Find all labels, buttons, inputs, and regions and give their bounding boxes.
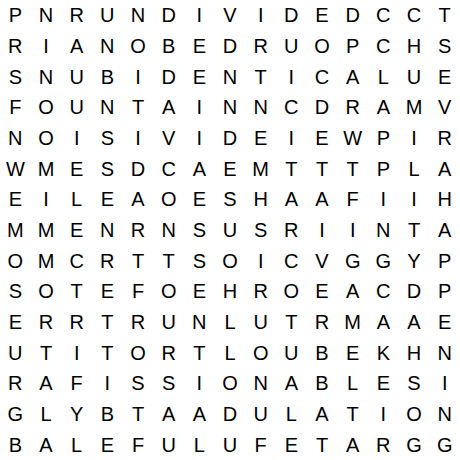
grid-cell-r4c14[interactable]: M: [399, 92, 430, 123]
grid-cell-r5c13[interactable]: P: [368, 123, 399, 154]
grid-cell-r7c10[interactable]: A: [276, 184, 307, 215]
grid-cell-r2c14[interactable]: H: [399, 31, 430, 62]
grid-cell-r12c7[interactable]: T: [184, 337, 215, 368]
grid-cell-r2c10[interactable]: U: [276, 31, 307, 62]
grid-cell-r14c6[interactable]: A: [153, 399, 184, 430]
grid-cell-r11c14[interactable]: A: [399, 307, 430, 338]
grid-cell-r6c15[interactable]: A: [429, 153, 460, 184]
grid-cell-r13c13[interactable]: E: [368, 368, 399, 399]
grid-cell-r15c11[interactable]: T: [307, 429, 338, 460]
grid-cell-r7c4[interactable]: E: [92, 184, 123, 215]
grid-cell-r4c5[interactable]: T: [123, 92, 154, 123]
grid-cell-r8c9[interactable]: S: [245, 215, 276, 246]
grid-cell-r6c8[interactable]: E: [215, 153, 246, 184]
grid-cell-r6c3[interactable]: E: [61, 153, 92, 184]
grid-cell-r2c12[interactable]: P: [337, 31, 368, 62]
grid-cell-r6c4[interactable]: S: [92, 153, 123, 184]
grid-cell-r11c8[interactable]: L: [215, 307, 246, 338]
grid-cell-r12c2[interactable]: T: [31, 337, 62, 368]
grid-cell-r9c4[interactable]: R: [92, 245, 123, 276]
grid-cell-r4c8[interactable]: N: [215, 92, 246, 123]
grid-cell-r13c2[interactable]: A: [31, 368, 62, 399]
grid-cell-r12c9[interactable]: O: [245, 337, 276, 368]
grid-cell-r14c11[interactable]: A: [307, 399, 338, 430]
grid-cell-r8c12[interactable]: I: [337, 215, 368, 246]
grid-cell-r12c5[interactable]: O: [123, 337, 154, 368]
grid-cell-r2c7[interactable]: E: [184, 31, 215, 62]
grid-cell-r9c2[interactable]: M: [31, 245, 62, 276]
grid-cell-r2c2[interactable]: I: [31, 31, 62, 62]
grid-cell-r15c6[interactable]: U: [153, 429, 184, 460]
grid-cell-r11c6[interactable]: U: [153, 307, 184, 338]
grid-cell-r10c3[interactable]: T: [61, 276, 92, 307]
grid-cell-r8c10[interactable]: R: [276, 215, 307, 246]
grid-cell-r9c8[interactable]: O: [215, 245, 246, 276]
grid-cell-r13c1[interactable]: R: [0, 368, 31, 399]
grid-cell-r11c13[interactable]: A: [368, 307, 399, 338]
grid-cell-r3c9[interactable]: T: [245, 61, 276, 92]
grid-cell-r15c8[interactable]: U: [215, 429, 246, 460]
grid-cell-r1c3[interactable]: R: [61, 0, 92, 31]
grid-cell-r5c4[interactable]: S: [92, 123, 123, 154]
grid-cell-r4c6[interactable]: A: [153, 92, 184, 123]
grid-cell-r4c12[interactable]: R: [337, 92, 368, 123]
grid-cell-r13c15[interactable]: I: [429, 368, 460, 399]
grid-cell-r15c10[interactable]: E: [276, 429, 307, 460]
grid-cell-r2c8[interactable]: D: [215, 31, 246, 62]
grid-cell-r12c11[interactable]: B: [307, 337, 338, 368]
grid-cell-r14c7[interactable]: A: [184, 399, 215, 430]
grid-cell-r8c14[interactable]: T: [399, 215, 430, 246]
grid-cell-r4c15[interactable]: V: [429, 92, 460, 123]
grid-cell-r7c1[interactable]: E: [0, 184, 31, 215]
grid-cell-r7c2[interactable]: I: [31, 184, 62, 215]
grid-cell-r4c3[interactable]: U: [61, 92, 92, 123]
grid-cell-r3c8[interactable]: N: [215, 61, 246, 92]
grid-cell-r8c1[interactable]: M: [0, 215, 31, 246]
grid-cell-r11c11[interactable]: R: [307, 307, 338, 338]
grid-cell-r11c15[interactable]: E: [429, 307, 460, 338]
grid-cell-r8c2[interactable]: M: [31, 215, 62, 246]
grid-cell-r13c9[interactable]: N: [245, 368, 276, 399]
grid-cell-r4c13[interactable]: A: [368, 92, 399, 123]
grid-cell-r11c9[interactable]: U: [245, 307, 276, 338]
grid-cell-r14c8[interactable]: D: [215, 399, 246, 430]
grid-cell-r7c15[interactable]: H: [429, 184, 460, 215]
grid-cell-r2c11[interactable]: O: [307, 31, 338, 62]
grid-cell-r2c4[interactable]: N: [92, 31, 123, 62]
grid-cell-r6c7[interactable]: A: [184, 153, 215, 184]
grid-cell-r12c4[interactable]: T: [92, 337, 123, 368]
grid-cell-r13c12[interactable]: L: [337, 368, 368, 399]
grid-cell-r8c13[interactable]: N: [368, 215, 399, 246]
grid-cell-r9c13[interactable]: G: [368, 245, 399, 276]
grid-cell-r7c3[interactable]: L: [61, 184, 92, 215]
grid-cell-r10c12[interactable]: A: [337, 276, 368, 307]
grid-cell-r1c6[interactable]: D: [153, 0, 184, 31]
grid-cell-r11c10[interactable]: T: [276, 307, 307, 338]
grid-cell-r4c9[interactable]: N: [245, 92, 276, 123]
grid-cell-r3c15[interactable]: E: [429, 61, 460, 92]
grid-cell-r6c5[interactable]: D: [123, 153, 154, 184]
grid-cell-r10c5[interactable]: F: [123, 276, 154, 307]
grid-cell-r10c4[interactable]: E: [92, 276, 123, 307]
grid-cell-r7c12[interactable]: F: [337, 184, 368, 215]
grid-cell-r7c13[interactable]: I: [368, 184, 399, 215]
grid-cell-r6c1[interactable]: W: [0, 153, 31, 184]
grid-cell-r13c10[interactable]: A: [276, 368, 307, 399]
grid-cell-r15c1[interactable]: B: [0, 429, 31, 460]
grid-cell-r3c5[interactable]: I: [123, 61, 154, 92]
grid-cell-r10c13[interactable]: C: [368, 276, 399, 307]
grid-cell-r4c2[interactable]: O: [31, 92, 62, 123]
grid-cell-r5c10[interactable]: I: [276, 123, 307, 154]
grid-cell-r7c7[interactable]: E: [184, 184, 215, 215]
grid-cell-r2c5[interactable]: O: [123, 31, 154, 62]
grid-cell-r8c3[interactable]: E: [61, 215, 92, 246]
grid-cell-r13c6[interactable]: S: [153, 368, 184, 399]
grid-cell-r14c4[interactable]: B: [92, 399, 123, 430]
grid-cell-r12c3[interactable]: I: [61, 337, 92, 368]
grid-cell-r14c1[interactable]: G: [0, 399, 31, 430]
grid-cell-r5c1[interactable]: N: [0, 123, 31, 154]
grid-cell-r15c3[interactable]: L: [61, 429, 92, 460]
grid-cell-r1c1[interactable]: P: [0, 0, 31, 31]
grid-cell-r5c15[interactable]: R: [429, 123, 460, 154]
grid-cell-r7c8[interactable]: S: [215, 184, 246, 215]
grid-cell-r3c12[interactable]: A: [337, 61, 368, 92]
grid-cell-r5c6[interactable]: V: [153, 123, 184, 154]
grid-cell-r1c7[interactable]: I: [184, 0, 215, 31]
grid-cell-r10c6[interactable]: O: [153, 276, 184, 307]
grid-cell-r14c5[interactable]: T: [123, 399, 154, 430]
grid-cell-r11c4[interactable]: T: [92, 307, 123, 338]
grid-cell-r8c4[interactable]: N: [92, 215, 123, 246]
grid-cell-r15c9[interactable]: F: [245, 429, 276, 460]
grid-cell-r8c5[interactable]: R: [123, 215, 154, 246]
grid-cell-r3c10[interactable]: I: [276, 61, 307, 92]
grid-cell-r5c2[interactable]: O: [31, 123, 62, 154]
grid-cell-r2c13[interactable]: C: [368, 31, 399, 62]
grid-cell-r3c13[interactable]: L: [368, 61, 399, 92]
grid-cell-r9c15[interactable]: P: [429, 245, 460, 276]
grid-cell-r8c8[interactable]: U: [215, 215, 246, 246]
grid-cell-r5c12[interactable]: W: [337, 123, 368, 154]
grid-cell-r12c6[interactable]: R: [153, 337, 184, 368]
grid-cell-r11c1[interactable]: E: [0, 307, 31, 338]
grid-cell-r15c14[interactable]: G: [399, 429, 430, 460]
grid-cell-r14c10[interactable]: L: [276, 399, 307, 430]
grid-cell-r6c11[interactable]: T: [307, 153, 338, 184]
word-search-grid: PNRUNDIVIDEDCCTRIANOBEDRUOPCHSSNUBIDENTI…: [0, 0, 460, 460]
grid-cell-r2c15[interactable]: S: [429, 31, 460, 62]
grid-cell-r3c11[interactable]: C: [307, 61, 338, 92]
grid-cell-r4c4[interactable]: N: [92, 92, 123, 123]
grid-cell-r7c11[interactable]: A: [307, 184, 338, 215]
grid-cell-r10c10[interactable]: O: [276, 276, 307, 307]
grid-cell-r12c8[interactable]: L: [215, 337, 246, 368]
grid-cell-r14c14[interactable]: O: [399, 399, 430, 430]
grid-cell-r3c3[interactable]: U: [61, 61, 92, 92]
grid-cell-r13c14[interactable]: S: [399, 368, 430, 399]
grid-cell-r6c13[interactable]: P: [368, 153, 399, 184]
grid-cell-r15c13[interactable]: R: [368, 429, 399, 460]
grid-cell-r9c1[interactable]: O: [0, 245, 31, 276]
grid-cell-r1c13[interactable]: C: [368, 0, 399, 31]
grid-cell-r9c6[interactable]: T: [153, 245, 184, 276]
grid-cell-r10c1[interactable]: S: [0, 276, 31, 307]
grid-cell-r14c2[interactable]: L: [31, 399, 62, 430]
grid-cell-r14c9[interactable]: U: [245, 399, 276, 430]
grid-cell-r6c6[interactable]: C: [153, 153, 184, 184]
grid-cell-r13c5[interactable]: S: [123, 368, 154, 399]
grid-cell-r9c10[interactable]: C: [276, 245, 307, 276]
grid-cell-r1c4[interactable]: U: [92, 0, 123, 31]
grid-cell-r3c7[interactable]: E: [184, 61, 215, 92]
grid-cell-r1c8[interactable]: V: [215, 0, 246, 31]
grid-cell-r15c12[interactable]: A: [337, 429, 368, 460]
grid-cell-r2c3[interactable]: A: [61, 31, 92, 62]
grid-cell-r5c7[interactable]: I: [184, 123, 215, 154]
grid-cell-r15c4[interactable]: E: [92, 429, 123, 460]
grid-cell-r12c12[interactable]: E: [337, 337, 368, 368]
grid-cell-r13c7[interactable]: I: [184, 368, 215, 399]
grid-cell-r5c9[interactable]: E: [245, 123, 276, 154]
grid-cell-r11c7[interactable]: N: [184, 307, 215, 338]
grid-cell-r8c6[interactable]: N: [153, 215, 184, 246]
grid-cell-r3c1[interactable]: S: [0, 61, 31, 92]
grid-cell-r10c11[interactable]: E: [307, 276, 338, 307]
grid-cell-r1c14[interactable]: C: [399, 0, 430, 31]
grid-cell-r12c15[interactable]: N: [429, 337, 460, 368]
grid-cell-r5c11[interactable]: E: [307, 123, 338, 154]
grid-cell-r13c11[interactable]: B: [307, 368, 338, 399]
grid-cell-r8c11[interactable]: I: [307, 215, 338, 246]
grid-cell-r11c3[interactable]: R: [61, 307, 92, 338]
grid-cell-r2c1[interactable]: R: [0, 31, 31, 62]
grid-cell-r2c9[interactable]: R: [245, 31, 276, 62]
grid-cell-r5c8[interactable]: D: [215, 123, 246, 154]
grid-cell-r1c5[interactable]: N: [123, 0, 154, 31]
grid-cell-r15c15[interactable]: G: [429, 429, 460, 460]
grid-cell-r3c14[interactable]: U: [399, 61, 430, 92]
grid-cell-r13c8[interactable]: O: [215, 368, 246, 399]
grid-cell-r1c9[interactable]: I: [245, 0, 276, 31]
grid-cell-r12c14[interactable]: H: [399, 337, 430, 368]
grid-cell-r15c7[interactable]: L: [184, 429, 215, 460]
grid-cell-r10c8[interactable]: H: [215, 276, 246, 307]
grid-cell-r10c14[interactable]: D: [399, 276, 430, 307]
grid-cell-r14c3[interactable]: Y: [61, 399, 92, 430]
grid-cell-r4c7[interactable]: I: [184, 92, 215, 123]
grid-cell-r7c14[interactable]: I: [399, 184, 430, 215]
grid-cell-r6c10[interactable]: T: [276, 153, 307, 184]
grid-cell-r13c4[interactable]: I: [92, 368, 123, 399]
grid-cell-r3c6[interactable]: D: [153, 61, 184, 92]
grid-cell-r7c5[interactable]: A: [123, 184, 154, 215]
grid-cell-r1c12[interactable]: D: [337, 0, 368, 31]
grid-cell-r14c12[interactable]: T: [337, 399, 368, 430]
grid-cell-r1c11[interactable]: E: [307, 0, 338, 31]
grid-cell-r6c2[interactable]: M: [31, 153, 62, 184]
grid-cell-r13c3[interactable]: F: [61, 368, 92, 399]
grid-cell-r4c10[interactable]: C: [276, 92, 307, 123]
grid-cell-r5c14[interactable]: I: [399, 123, 430, 154]
grid-cell-r3c4[interactable]: B: [92, 61, 123, 92]
grid-cell-r4c1[interactable]: F: [0, 92, 31, 123]
grid-cell-r8c15[interactable]: A: [429, 215, 460, 246]
grid-cell-r9c3[interactable]: C: [61, 245, 92, 276]
grid-cell-r15c2[interactable]: A: [31, 429, 62, 460]
grid-cell-r12c10[interactable]: U: [276, 337, 307, 368]
grid-cell-r3c2[interactable]: N: [31, 61, 62, 92]
grid-cell-r7c9[interactable]: H: [245, 184, 276, 215]
grid-cell-r10c15[interactable]: P: [429, 276, 460, 307]
grid-cell-r4c11[interactable]: D: [307, 92, 338, 123]
grid-cell-r7c6[interactable]: O: [153, 184, 184, 215]
grid-cell-r8c7[interactable]: S: [184, 215, 215, 246]
grid-cell-r14c15[interactable]: N: [429, 399, 460, 430]
grid-cell-r9c9[interactable]: I: [245, 245, 276, 276]
grid-cell-r15c5[interactable]: F: [123, 429, 154, 460]
grid-cell-r10c7[interactable]: E: [184, 276, 215, 307]
grid-cell-r6c14[interactable]: L: [399, 153, 430, 184]
grid-cell-r1c2[interactable]: N: [31, 0, 62, 31]
grid-cell-r2c6[interactable]: B: [153, 31, 184, 62]
grid-cell-r5c5[interactable]: I: [123, 123, 154, 154]
grid-cell-r9c12[interactable]: G: [337, 245, 368, 276]
grid-cell-r9c7[interactable]: S: [184, 245, 215, 276]
grid-cell-r6c9[interactable]: M: [245, 153, 276, 184]
grid-cell-r14c13[interactable]: I: [368, 399, 399, 430]
grid-cell-r1c10[interactable]: D: [276, 0, 307, 31]
grid-cell-r12c1[interactable]: U: [0, 337, 31, 368]
grid-cell-r9c11[interactable]: V: [307, 245, 338, 276]
grid-cell-r11c2[interactable]: R: [31, 307, 62, 338]
grid-cell-r11c12[interactable]: M: [337, 307, 368, 338]
grid-cell-r1c15[interactable]: T: [429, 0, 460, 31]
grid-cell-r6c12[interactable]: T: [337, 153, 368, 184]
grid-cell-r5c3[interactable]: I: [61, 123, 92, 154]
grid-cell-r12c13[interactable]: K: [368, 337, 399, 368]
grid-cell-r9c5[interactable]: T: [123, 245, 154, 276]
grid-cell-r11c5[interactable]: R: [123, 307, 154, 338]
grid-cell-r10c2[interactable]: O: [31, 276, 62, 307]
grid-cell-r9c14[interactable]: Y: [399, 245, 430, 276]
grid-cell-r10c9[interactable]: R: [245, 276, 276, 307]
